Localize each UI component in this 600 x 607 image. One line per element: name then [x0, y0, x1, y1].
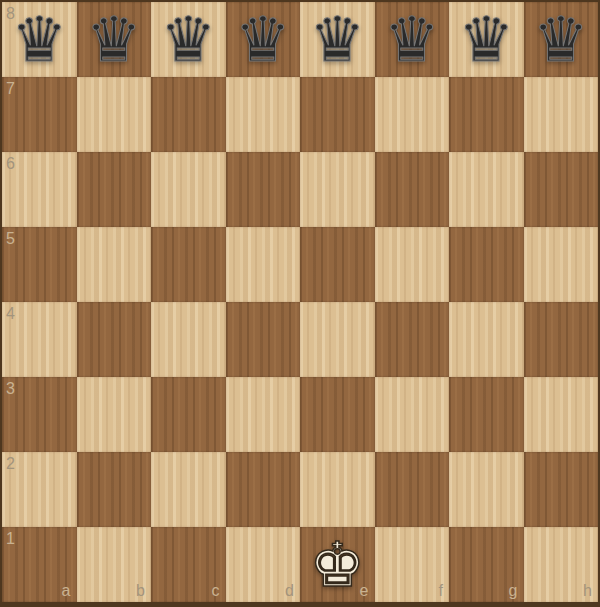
square-c6[interactable] [151, 152, 226, 227]
square-a8[interactable]: 8♛ [2, 2, 77, 77]
square-a6[interactable]: 6 [2, 152, 77, 227]
square-d6[interactable] [226, 152, 301, 227]
square-c8[interactable]: ♛ [151, 2, 226, 77]
square-g2[interactable] [449, 452, 524, 527]
square-g8[interactable]: ♛ [449, 2, 524, 77]
square-h4[interactable] [524, 302, 599, 377]
square-h7[interactable] [524, 77, 599, 152]
square-d8[interactable]: ♛ [226, 2, 301, 77]
square-e7[interactable] [300, 77, 375, 152]
square-f1[interactable]: f [375, 527, 450, 602]
square-h5[interactable] [524, 227, 599, 302]
square-c2[interactable] [151, 452, 226, 527]
square-c4[interactable] [151, 302, 226, 377]
square-f7[interactable] [375, 77, 450, 152]
square-h3[interactable] [524, 377, 599, 452]
square-f4[interactable] [375, 302, 450, 377]
square-g1[interactable]: g [449, 527, 524, 602]
square-b4[interactable] [77, 302, 152, 377]
square-d7[interactable] [226, 77, 301, 152]
white-king[interactable]: ♚ [309, 534, 365, 596]
square-b7[interactable] [77, 77, 152, 152]
rank-label-2: 2 [6, 456, 15, 472]
square-d5[interactable] [226, 227, 301, 302]
file-label-c: c [212, 583, 220, 599]
black-queen[interactable]: ♛ [160, 9, 216, 71]
square-b2[interactable] [77, 452, 152, 527]
square-g5[interactable] [449, 227, 524, 302]
chess-board: 8♛♛♛♛♛♛♛♛7654321abcde♚fgh [0, 0, 600, 607]
square-a3[interactable]: 3 [2, 377, 77, 452]
black-queen[interactable]: ♛ [86, 9, 142, 71]
square-f8[interactable]: ♛ [375, 2, 450, 77]
square-c5[interactable] [151, 227, 226, 302]
black-queen[interactable]: ♛ [458, 9, 514, 71]
black-queen[interactable]: ♛ [11, 9, 67, 71]
square-c7[interactable] [151, 77, 226, 152]
file-label-g: g [509, 583, 518, 599]
square-e1[interactable]: e♚ [300, 527, 375, 602]
file-label-h: h [583, 583, 592, 599]
square-b8[interactable]: ♛ [77, 2, 152, 77]
square-f5[interactable] [375, 227, 450, 302]
square-e4[interactable] [300, 302, 375, 377]
square-a1[interactable]: 1a [2, 527, 77, 602]
black-queen[interactable]: ♛ [533, 9, 589, 71]
square-h2[interactable] [524, 452, 599, 527]
rank-label-4: 4 [6, 306, 15, 322]
square-h6[interactable] [524, 152, 599, 227]
square-c3[interactable] [151, 377, 226, 452]
square-d3[interactable] [226, 377, 301, 452]
square-f6[interactable] [375, 152, 450, 227]
square-b3[interactable] [77, 377, 152, 452]
file-label-a: a [62, 583, 71, 599]
square-a7[interactable]: 7 [2, 77, 77, 152]
square-f2[interactable] [375, 452, 450, 527]
black-queen[interactable]: ♛ [309, 9, 365, 71]
square-g6[interactable] [449, 152, 524, 227]
square-a4[interactable]: 4 [2, 302, 77, 377]
file-label-f: f [439, 583, 443, 599]
rank-label-7: 7 [6, 81, 15, 97]
black-queen[interactable]: ♛ [384, 9, 440, 71]
square-e8[interactable]: ♛ [300, 2, 375, 77]
rank-label-5: 5 [6, 231, 15, 247]
rank-label-1: 1 [6, 531, 15, 547]
square-e3[interactable] [300, 377, 375, 452]
square-h8[interactable]: ♛ [524, 2, 599, 77]
square-c1[interactable]: c [151, 527, 226, 602]
square-b6[interactable] [77, 152, 152, 227]
square-a2[interactable]: 2 [2, 452, 77, 527]
square-e5[interactable] [300, 227, 375, 302]
square-b1[interactable]: b [77, 527, 152, 602]
rank-label-3: 3 [6, 381, 15, 397]
file-label-b: b [136, 583, 145, 599]
square-g7[interactable] [449, 77, 524, 152]
rank-label-6: 6 [6, 156, 15, 172]
square-e2[interactable] [300, 452, 375, 527]
square-b5[interactable] [77, 227, 152, 302]
square-g3[interactable] [449, 377, 524, 452]
square-a5[interactable]: 5 [2, 227, 77, 302]
square-e6[interactable] [300, 152, 375, 227]
square-d4[interactable] [226, 302, 301, 377]
black-queen[interactable]: ♛ [235, 9, 291, 71]
square-d2[interactable] [226, 452, 301, 527]
file-label-d: d [285, 583, 294, 599]
square-f3[interactable] [375, 377, 450, 452]
square-h1[interactable]: h [524, 527, 599, 602]
square-g4[interactable] [449, 302, 524, 377]
square-d1[interactable]: d [226, 527, 301, 602]
